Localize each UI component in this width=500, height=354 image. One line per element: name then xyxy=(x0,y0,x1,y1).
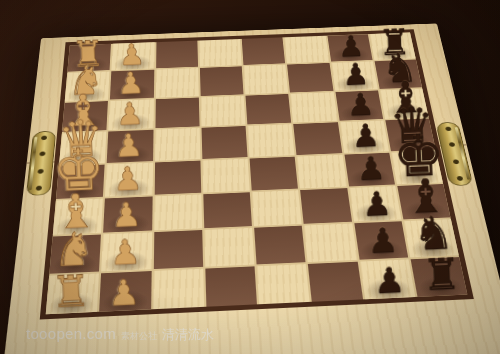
square-b3 xyxy=(155,68,198,97)
chess-photo: ♜♟♟♜♞♟♟♞♝♟♟♝♛♟♟♛♚♟♟♚♝♟♟♝♞♟♟♞♜♟♟♜ tooopen… xyxy=(0,0,500,354)
square-g3 xyxy=(153,230,203,268)
square-c3 xyxy=(155,97,199,128)
square-d3 xyxy=(155,128,201,161)
square-f7: ♟ xyxy=(349,186,401,222)
square-g5 xyxy=(254,226,306,264)
square-d4 xyxy=(201,126,247,158)
square-e3 xyxy=(154,160,201,194)
square-h1: ♜ xyxy=(46,273,99,314)
square-d7: ♟ xyxy=(339,120,388,152)
square-a6 xyxy=(284,36,328,64)
square-d6 xyxy=(293,122,341,154)
white-pawn-piece: ♟ xyxy=(110,237,142,270)
hinge-pin xyxy=(455,127,471,180)
watermark: tooopen.com 素材公社 清清流水 xyxy=(26,325,214,344)
perspective-scene: ♜♟♟♜♞♟♟♞♝♟♟♝♛♟♟♛♚♟♟♚♝♟♟♝♞♟♟♞♜♟♟♜ xyxy=(0,0,500,354)
square-b6 xyxy=(287,63,333,92)
square-d2: ♟ xyxy=(107,130,153,163)
black-pawn-piece: ♟ xyxy=(373,264,406,298)
square-h6 xyxy=(308,261,362,301)
square-h3 xyxy=(153,268,204,309)
square-f6 xyxy=(300,188,351,224)
square-f2: ♟ xyxy=(103,196,152,232)
watermark-site-chinese: 素材公社 xyxy=(121,330,157,343)
square-c6 xyxy=(290,92,337,123)
white-pawn-piece: ♟ xyxy=(108,276,141,310)
square-g7: ♟ xyxy=(354,221,408,259)
square-c5 xyxy=(245,94,291,125)
square-f3 xyxy=(154,194,202,230)
white-pawn-piece: ♟ xyxy=(117,70,145,99)
square-g4 xyxy=(204,228,254,266)
black-pawn-piece: ♟ xyxy=(367,226,399,259)
watermark-site: tooopen.com xyxy=(26,325,116,342)
square-c2: ♟ xyxy=(109,99,154,130)
hinge-pin xyxy=(29,137,38,191)
square-h7: ♟ xyxy=(359,259,415,299)
square-e5 xyxy=(250,156,299,190)
square-g6 xyxy=(304,224,357,262)
white-pawn-piece: ♟ xyxy=(111,200,142,232)
square-e4 xyxy=(202,158,250,192)
square-g2: ♟ xyxy=(101,232,151,271)
square-h4 xyxy=(205,266,257,307)
black-pawn-piece: ♟ xyxy=(342,61,370,89)
white-rook-piece: ♜ xyxy=(50,271,90,312)
square-e2: ♟ xyxy=(105,162,152,197)
square-a5 xyxy=(242,37,286,65)
square-h5 xyxy=(257,264,310,305)
board-grid: ♜♟♟♜♞♟♟♞♝♟♟♝♛♟♟♛♚♟♟♚♝♟♟♝♞♟♟♞♜♟♟♜ xyxy=(46,33,468,315)
square-d5 xyxy=(247,124,294,156)
square-b5 xyxy=(244,65,289,94)
black-pawn-piece: ♟ xyxy=(361,189,392,221)
square-a4 xyxy=(199,39,242,67)
square-f5 xyxy=(252,190,302,226)
square-e6 xyxy=(297,154,347,188)
square-c4 xyxy=(200,96,245,127)
black-pawn-piece: ♟ xyxy=(351,122,380,152)
wooden-chessboard: ♜♟♟♜♞♟♟♞♝♟♟♝♛♟♟♛♚♟♟♚♝♟♟♝♞♟♟♞♜♟♟♜ xyxy=(0,23,500,354)
square-e7: ♟ xyxy=(344,152,395,186)
white-pawn-piece: ♟ xyxy=(116,100,145,129)
white-pawn-piece: ♟ xyxy=(114,131,144,161)
watermark-author: 清清流水 xyxy=(162,326,214,344)
black-pawn-piece: ♟ xyxy=(346,91,374,120)
square-h8: ♜ xyxy=(410,257,467,297)
square-a3 xyxy=(156,41,198,69)
square-b4 xyxy=(200,67,244,96)
square-f4 xyxy=(203,192,252,228)
checkerboard-frame: ♜♟♟♜♞♟♟♞♝♟♟♝♛♟♟♛♚♟♟♚♝♟♟♝♞♟♟♞♜♟♟♜ xyxy=(40,29,474,319)
square-h2: ♟ xyxy=(99,271,151,312)
white-pawn-piece: ♟ xyxy=(113,164,143,195)
black-pawn-piece: ♟ xyxy=(356,154,386,185)
black-rook-piece: ♜ xyxy=(422,255,461,296)
